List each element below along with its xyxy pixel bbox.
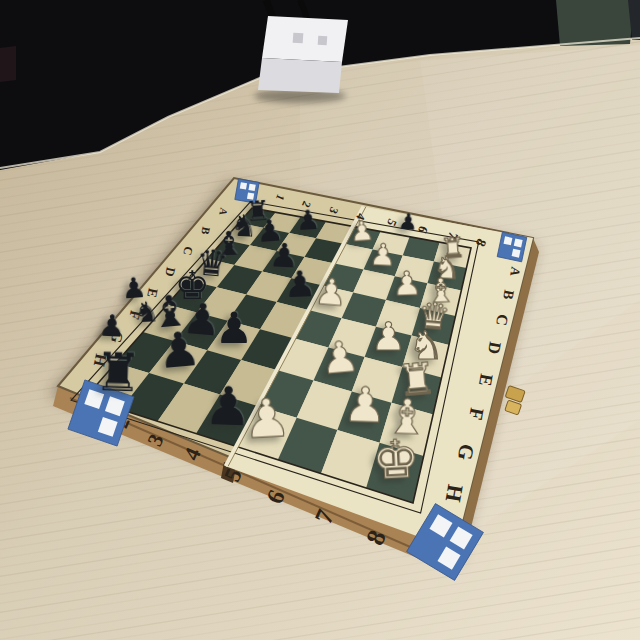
- corner-logo: [497, 232, 527, 262]
- photo-of-chess-set: 1234567812345678HGFEDCBAABCDEFGH ♜♞♝♛♞♜♝…: [0, 0, 640, 640]
- corner-logo: [235, 179, 259, 203]
- scene-canvas: 1234567812345678HGFEDCBAABCDEFGH: [0, 0, 640, 640]
- power-strip: [262, 16, 348, 62]
